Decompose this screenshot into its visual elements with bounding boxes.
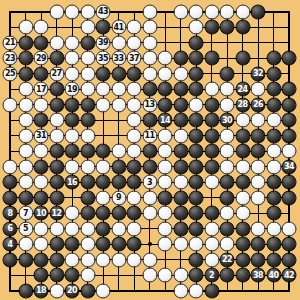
white-stone	[96, 252, 111, 267]
black-stone	[158, 82, 173, 97]
black-stone	[189, 252, 204, 267]
white-stone	[127, 20, 142, 35]
black-stone	[96, 221, 111, 236]
move-21-stone: 21	[3, 35, 18, 50]
white-stone	[251, 221, 266, 236]
black-stone	[34, 268, 49, 283]
white-stone	[127, 144, 142, 159]
black-stone	[65, 237, 80, 252]
move-number: 23	[5, 54, 15, 62]
white-stone	[65, 159, 80, 174]
black-stone	[34, 35, 49, 50]
white-stone	[142, 190, 157, 205]
white-stone	[158, 206, 173, 221]
black-stone	[127, 159, 142, 174]
move-29-stone: 29	[34, 51, 49, 66]
white-stone	[158, 175, 173, 190]
black-stone	[49, 97, 64, 112]
white-stone	[111, 82, 126, 97]
move-number: 28	[237, 101, 247, 109]
black-stone	[282, 175, 297, 190]
black-stone	[49, 190, 64, 205]
move-number: 40	[268, 271, 278, 279]
move-38-stone: 38	[251, 268, 266, 283]
black-stone	[189, 221, 204, 236]
white-stone	[251, 175, 266, 190]
white-stone	[65, 206, 80, 221]
white-stone	[189, 20, 204, 35]
black-stone	[3, 190, 18, 205]
black-stone	[111, 237, 126, 252]
move-number: 14	[160, 116, 170, 124]
white-stone	[158, 159, 173, 174]
white-stone	[111, 97, 126, 112]
black-stone	[111, 206, 126, 221]
move-number: 17	[36, 85, 46, 93]
white-stone	[142, 20, 157, 35]
white-stone	[282, 221, 297, 236]
white-stone	[235, 206, 250, 221]
move-28-stone: 28	[235, 97, 250, 112]
white-stone	[127, 113, 142, 128]
move-32-stone: 32	[251, 66, 266, 81]
black-stone	[173, 113, 188, 128]
black-stone	[80, 113, 95, 128]
move-number: 8	[7, 209, 12, 217]
black-stone	[251, 252, 266, 267]
move-number: 22	[222, 256, 232, 264]
black-stone	[18, 190, 33, 205]
black-stone	[251, 144, 266, 159]
white-stone	[204, 82, 219, 97]
move-number: 41	[113, 23, 123, 31]
black-stone	[282, 82, 297, 97]
white-stone	[80, 252, 95, 267]
white-stone	[142, 51, 157, 66]
move-number: 25	[5, 70, 15, 78]
white-stone	[65, 4, 80, 19]
black-stone	[111, 66, 126, 81]
white-stone	[65, 51, 80, 66]
black-stone	[80, 35, 95, 50]
move-6-stone: 6	[3, 221, 18, 236]
black-stone	[204, 144, 219, 159]
black-stone	[266, 206, 281, 221]
star-point	[148, 242, 152, 246]
white-stone	[127, 82, 142, 97]
move-number: 32	[253, 70, 263, 78]
move-5-stone: 5	[18, 221, 33, 236]
white-stone	[235, 190, 250, 205]
move-number: 7	[23, 209, 28, 217]
black-stone	[220, 66, 235, 81]
black-stone	[235, 51, 250, 66]
move-2-stone: 2	[204, 268, 219, 283]
white-stone	[34, 175, 49, 190]
move-18-stone: 18	[34, 283, 49, 298]
white-stone	[204, 252, 219, 267]
move-10-stone: 10	[34, 206, 49, 221]
white-stone	[189, 4, 204, 19]
white-stone	[173, 268, 188, 283]
move-17-stone: 17	[34, 82, 49, 97]
move-19-stone: 19	[65, 82, 80, 97]
move-35-stone: 35	[96, 51, 111, 66]
black-stone	[266, 237, 281, 252]
move-27-stone: 27	[49, 66, 64, 81]
black-stone	[204, 206, 219, 221]
black-stone	[96, 66, 111, 81]
white-stone	[111, 221, 126, 236]
black-stone	[266, 66, 281, 81]
white-stone	[65, 252, 80, 267]
white-stone	[18, 159, 33, 174]
black-stone	[65, 144, 80, 159]
black-stone	[49, 159, 64, 174]
black-stone	[220, 221, 235, 236]
move-14-stone: 14	[158, 113, 173, 128]
white-stone	[251, 113, 266, 128]
white-stone	[111, 252, 126, 267]
black-stone	[111, 175, 126, 190]
white-stone	[142, 4, 157, 19]
white-stone	[80, 159, 95, 174]
move-7-stone: 7	[18, 206, 33, 221]
white-stone	[80, 237, 95, 252]
white-stone	[127, 97, 142, 112]
black-stone	[189, 144, 204, 159]
white-stone	[18, 97, 33, 112]
black-stone	[34, 190, 49, 205]
white-stone	[18, 128, 33, 143]
black-stone	[49, 237, 64, 252]
white-stone	[49, 4, 64, 19]
white-stone	[142, 252, 157, 267]
black-stone	[204, 20, 219, 35]
white-stone	[96, 159, 111, 174]
white-stone	[266, 144, 281, 159]
white-stone	[80, 128, 95, 143]
move-16-stone: 16	[65, 175, 80, 190]
black-stone	[204, 97, 219, 112]
white-stone	[80, 221, 95, 236]
white-stone	[189, 283, 204, 298]
move-number: 5	[23, 225, 28, 233]
white-stone	[235, 4, 250, 19]
black-stone	[3, 175, 18, 190]
white-stone	[80, 4, 95, 19]
white-stone	[34, 221, 49, 236]
move-number: 10	[36, 209, 46, 217]
white-stone	[65, 66, 80, 81]
black-stone	[80, 97, 95, 112]
black-stone	[111, 159, 126, 174]
move-number: 38	[253, 271, 263, 279]
move-23-stone: 23	[3, 51, 18, 66]
black-stone	[127, 175, 142, 190]
move-number: 26	[253, 101, 263, 109]
move-39-stone: 39	[96, 35, 111, 50]
black-stone	[189, 66, 204, 81]
white-stone	[18, 113, 33, 128]
black-stone	[235, 252, 250, 267]
white-stone	[96, 190, 111, 205]
black-stone	[189, 82, 204, 97]
white-stone	[220, 97, 235, 112]
move-number: 4	[7, 240, 12, 248]
move-number: 19	[67, 85, 77, 93]
white-stone	[266, 113, 281, 128]
black-stone	[34, 159, 49, 174]
white-stone	[173, 283, 188, 298]
move-number: 16	[67, 178, 77, 186]
black-stone	[173, 51, 188, 66]
move-30-stone: 30	[220, 113, 235, 128]
white-stone	[111, 35, 126, 50]
move-number: 37	[129, 54, 139, 62]
black-stone	[49, 51, 64, 66]
black-stone	[204, 128, 219, 143]
black-stone	[266, 128, 281, 143]
black-stone	[127, 206, 142, 221]
black-stone	[220, 175, 235, 190]
white-stone	[251, 190, 266, 205]
white-stone	[127, 190, 142, 205]
black-stone	[282, 237, 297, 252]
black-stone	[96, 20, 111, 35]
white-stone	[111, 144, 126, 159]
black-stone	[204, 51, 219, 66]
black-stone	[235, 144, 250, 159]
white-stone	[204, 175, 219, 190]
white-stone	[220, 82, 235, 97]
white-stone	[235, 113, 250, 128]
move-number: 24	[237, 85, 247, 93]
black-stone	[49, 175, 64, 190]
move-9-stone: 9	[111, 190, 126, 205]
black-stone	[34, 252, 49, 267]
black-stone	[65, 113, 80, 128]
white-stone	[127, 128, 142, 143]
black-stone	[220, 268, 235, 283]
black-stone	[266, 252, 281, 267]
black-stone	[173, 144, 188, 159]
white-stone	[251, 82, 266, 97]
white-stone	[3, 159, 18, 174]
white-stone	[80, 20, 95, 35]
move-41-stone: 41	[111, 20, 126, 35]
black-stone	[34, 113, 49, 128]
move-20-stone: 20	[65, 283, 80, 298]
black-stone	[173, 221, 188, 236]
white-stone	[189, 97, 204, 112]
go-board[interactable]: 4341213923293533372527321719241328261430…	[0, 0, 300, 300]
white-stone	[220, 4, 235, 19]
white-stone	[18, 175, 33, 190]
white-stone	[49, 113, 64, 128]
black-stone	[96, 206, 111, 221]
black-stone	[96, 237, 111, 252]
white-stone	[266, 221, 281, 236]
white-stone	[220, 206, 235, 221]
black-stone	[49, 144, 64, 159]
white-stone	[142, 268, 157, 283]
white-stone	[127, 252, 142, 267]
move-33-stone: 33	[111, 51, 126, 66]
black-stone	[96, 144, 111, 159]
move-13-stone: 13	[142, 97, 157, 112]
black-stone	[189, 268, 204, 283]
move-22-stone: 22	[220, 252, 235, 267]
move-number: 6	[7, 225, 12, 233]
black-stone	[266, 175, 281, 190]
black-stone	[189, 35, 204, 50]
black-stone	[173, 206, 188, 221]
black-stone	[204, 283, 219, 298]
move-42-stone: 42	[282, 268, 297, 283]
black-stone	[189, 159, 204, 174]
white-stone	[65, 35, 80, 50]
white-stone	[127, 35, 142, 50]
black-stone	[189, 128, 204, 143]
white-stone	[158, 51, 173, 66]
white-stone	[3, 97, 18, 112]
white-stone	[96, 82, 111, 97]
move-4-stone: 4	[3, 237, 18, 252]
black-stone	[251, 237, 266, 252]
move-number: 3	[147, 178, 152, 186]
move-number: 39	[98, 39, 108, 47]
white-stone	[142, 66, 157, 81]
black-stone	[189, 190, 204, 205]
black-stone	[189, 51, 204, 66]
white-stone	[80, 82, 95, 97]
move-number: 13	[144, 101, 154, 109]
white-stone	[18, 237, 33, 252]
black-stone	[204, 159, 219, 174]
move-number: 31	[36, 132, 46, 140]
white-stone	[220, 237, 235, 252]
black-stone	[235, 20, 250, 35]
black-stone	[49, 252, 64, 267]
white-stone	[18, 20, 33, 35]
black-stone	[158, 190, 173, 205]
black-stone	[34, 66, 49, 81]
move-number: 2	[209, 271, 214, 279]
white-stone	[49, 283, 64, 298]
black-stone	[282, 252, 297, 267]
black-stone	[251, 4, 266, 19]
move-number: 12	[51, 209, 61, 217]
white-stone	[204, 237, 219, 252]
white-stone	[220, 144, 235, 159]
white-stone	[34, 97, 49, 112]
black-stone	[18, 283, 33, 298]
white-stone	[282, 144, 297, 159]
white-stone	[266, 159, 281, 174]
move-43-stone: 43	[96, 4, 111, 19]
black-stone	[204, 113, 219, 128]
black-stone	[80, 206, 95, 221]
black-stone	[142, 113, 157, 128]
move-12-stone: 12	[49, 206, 64, 221]
move-number: 33	[113, 54, 123, 62]
move-3-stone: 3	[142, 175, 157, 190]
black-stone	[266, 190, 281, 205]
white-stone	[173, 175, 188, 190]
black-stone	[80, 175, 95, 190]
white-stone	[173, 237, 188, 252]
white-stone	[142, 35, 157, 50]
white-stone	[96, 283, 111, 298]
black-stone	[127, 66, 142, 81]
move-number: 43	[98, 8, 108, 16]
white-stone	[49, 221, 64, 236]
white-stone	[235, 159, 250, 174]
black-stone	[235, 237, 250, 252]
black-stone	[18, 252, 33, 267]
black-stone	[173, 190, 188, 205]
white-stone	[220, 128, 235, 143]
white-stone	[158, 144, 173, 159]
move-34-stone: 34	[282, 159, 297, 174]
move-number: 27	[51, 70, 61, 78]
black-stone	[127, 237, 142, 252]
white-stone	[18, 144, 33, 159]
white-stone	[204, 221, 219, 236]
black-stone	[235, 128, 250, 143]
black-stone	[251, 128, 266, 143]
black-stone	[220, 20, 235, 35]
black-stone	[65, 268, 80, 283]
black-stone	[282, 51, 297, 66]
white-stone	[80, 268, 95, 283]
black-stone	[220, 190, 235, 205]
black-stone	[158, 97, 173, 112]
move-24-stone: 24	[235, 82, 250, 97]
move-number: 34	[284, 163, 294, 171]
move-number: 42	[284, 271, 294, 279]
white-stone	[142, 206, 157, 221]
black-stone	[189, 206, 204, 221]
black-stone	[96, 175, 111, 190]
move-number: 30	[222, 116, 232, 124]
move-31-stone: 31	[34, 128, 49, 143]
black-stone	[173, 82, 188, 97]
white-stone	[173, 128, 188, 143]
move-number: 18	[36, 287, 46, 295]
black-stone	[3, 252, 18, 267]
move-40-stone: 40	[266, 268, 281, 283]
white-stone	[204, 4, 219, 19]
move-26-stone: 26	[251, 97, 266, 112]
white-stone	[158, 66, 173, 81]
black-stone	[49, 82, 64, 97]
black-stone	[18, 66, 33, 81]
black-stone	[49, 268, 64, 283]
black-stone	[282, 128, 297, 143]
black-stone	[142, 159, 157, 174]
white-stone	[49, 128, 64, 143]
move-number: 29	[36, 54, 46, 62]
black-stone	[18, 51, 33, 66]
black-stone	[282, 190, 297, 205]
black-stone	[266, 51, 281, 66]
white-stone	[18, 82, 33, 97]
white-stone	[65, 221, 80, 236]
white-stone	[158, 128, 173, 143]
black-stone	[173, 97, 188, 112]
